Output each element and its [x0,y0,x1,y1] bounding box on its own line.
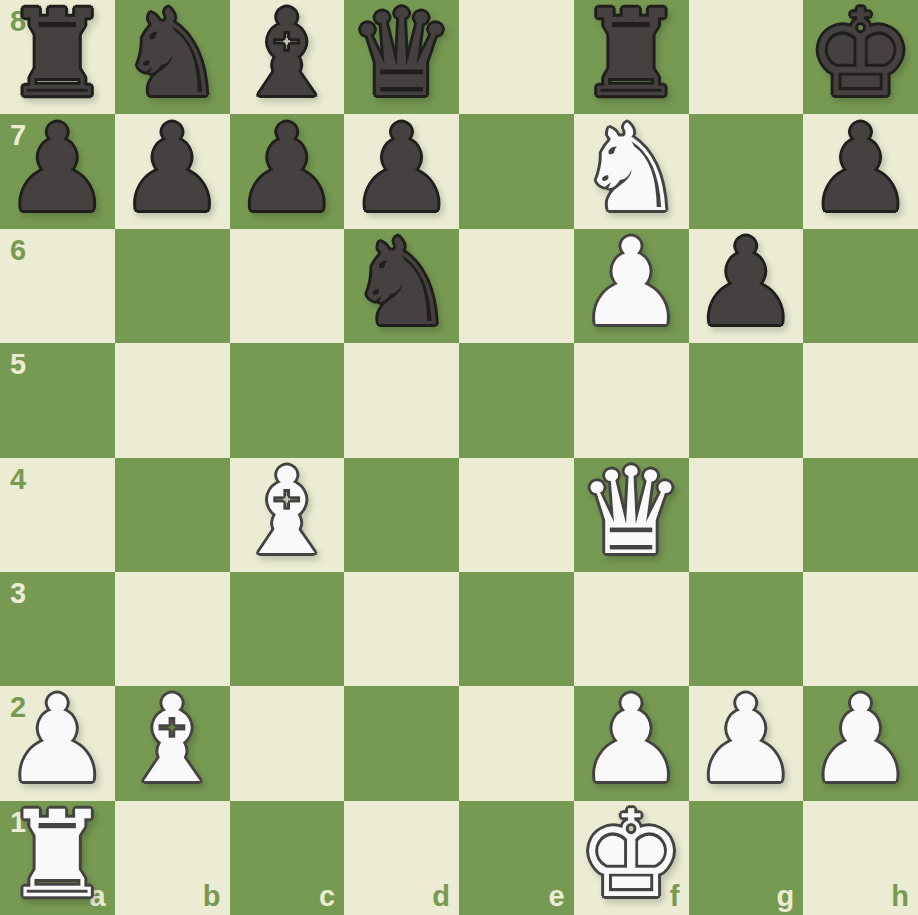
square-a3[interactable]: 3 [0,572,115,686]
rank-label-6: 6 [10,236,26,265]
rank-label-5: 5 [10,350,26,379]
square-b6[interactable] [115,229,230,343]
square-e5[interactable] [459,343,574,457]
square-g4[interactable] [689,458,804,572]
piece-white-queen[interactable]: ♛ [577,455,685,569]
square-f2[interactable]: ♟ [574,686,689,800]
piece-black-pawn[interactable]: ♟ [692,226,800,340]
piece-white-bishop[interactable]: ♝ [233,455,341,569]
piece-black-rook[interactable]: ♜ [4,0,112,111]
piece-white-pawn[interactable]: ♟ [807,683,915,797]
square-a5[interactable]: 5 [0,343,115,457]
square-c6[interactable] [230,229,345,343]
square-d8[interactable]: ♛ [344,0,459,114]
piece-black-bishop[interactable]: ♝ [233,0,341,111]
square-f5[interactable] [574,343,689,457]
square-e3[interactable] [459,572,574,686]
square-g1[interactable]: g [689,801,804,915]
square-a6[interactable]: 6 [0,229,115,343]
square-d2[interactable] [344,686,459,800]
square-f7[interactable]: ♞ [574,114,689,228]
square-g8[interactable] [689,0,804,114]
square-a2[interactable]: 2♟ [0,686,115,800]
square-h2[interactable]: ♟ [803,686,918,800]
square-g7[interactable] [689,114,804,228]
square-d4[interactable] [344,458,459,572]
square-c3[interactable] [230,572,345,686]
square-h8[interactable]: ♚ [803,0,918,114]
square-c8[interactable]: ♝ [230,0,345,114]
file-label-d: d [432,882,450,911]
square-c2[interactable] [230,686,345,800]
piece-black-pawn[interactable]: ♟ [118,112,226,226]
piece-black-rook[interactable]: ♜ [577,0,685,111]
square-f3[interactable] [574,572,689,686]
square-g2[interactable]: ♟ [689,686,804,800]
square-f1[interactable]: f♚ [574,801,689,915]
file-label-h: h [891,882,909,911]
piece-black-pawn[interactable]: ♟ [807,112,915,226]
square-c7[interactable]: ♟ [230,114,345,228]
square-a8[interactable]: 8♜ [0,0,115,114]
square-c5[interactable] [230,343,345,457]
piece-white-pawn[interactable]: ♟ [692,683,800,797]
square-b7[interactable]: ♟ [115,114,230,228]
square-d3[interactable] [344,572,459,686]
square-e1[interactable]: e [459,801,574,915]
square-e2[interactable] [459,686,574,800]
square-e6[interactable] [459,229,574,343]
square-h5[interactable] [803,343,918,457]
square-e4[interactable] [459,458,574,572]
square-g3[interactable] [689,572,804,686]
square-h7[interactable]: ♟ [803,114,918,228]
square-a4[interactable]: 4 [0,458,115,572]
square-f6[interactable]: ♟ [574,229,689,343]
piece-black-pawn[interactable]: ♟ [348,112,456,226]
square-h3[interactable] [803,572,918,686]
square-d7[interactable]: ♟ [344,114,459,228]
piece-black-pawn[interactable]: ♟ [4,112,112,226]
chess-board: 8♜♞♝♛♜♚7♟♟♟♟♞♟6♞♟♟54♝♛32♟♝♟♟♟1a♜bcdef♚gh [0,0,918,915]
square-b5[interactable] [115,343,230,457]
piece-black-pawn[interactable]: ♟ [233,112,341,226]
square-b2[interactable]: ♝ [115,686,230,800]
square-b1[interactable]: b [115,801,230,915]
file-label-c: c [319,882,335,911]
rank-label-4: 4 [10,465,26,494]
square-d6[interactable]: ♞ [344,229,459,343]
piece-white-knight[interactable]: ♞ [577,112,685,226]
piece-white-pawn[interactable]: ♟ [577,226,685,340]
piece-black-king[interactable]: ♚ [807,0,915,111]
square-a7[interactable]: 7♟ [0,114,115,228]
square-b3[interactable] [115,572,230,686]
file-label-g: g [777,882,795,911]
square-c1[interactable]: c [230,801,345,915]
piece-black-queen[interactable]: ♛ [348,0,456,111]
file-label-e: e [549,882,565,911]
rank-label-3: 3 [10,579,26,608]
piece-white-pawn[interactable]: ♟ [577,683,685,797]
square-h4[interactable] [803,458,918,572]
square-b8[interactable]: ♞ [115,0,230,114]
square-d1[interactable]: d [344,801,459,915]
piece-white-pawn[interactable]: ♟ [4,683,112,797]
square-e7[interactable] [459,114,574,228]
square-f4[interactable]: ♛ [574,458,689,572]
square-g5[interactable] [689,343,804,457]
square-f8[interactable]: ♜ [574,0,689,114]
square-g6[interactable]: ♟ [689,229,804,343]
piece-white-bishop[interactable]: ♝ [118,683,226,797]
piece-white-rook[interactable]: ♜ [4,798,112,912]
piece-white-king[interactable]: ♚ [577,798,685,912]
square-e8[interactable] [459,0,574,114]
square-h6[interactable] [803,229,918,343]
piece-black-knight[interactable]: ♞ [348,226,456,340]
square-h1[interactable]: h [803,801,918,915]
square-a1[interactable]: 1a♜ [0,801,115,915]
square-c4[interactable]: ♝ [230,458,345,572]
file-label-b: b [203,882,221,911]
square-d5[interactable] [344,343,459,457]
piece-black-knight[interactable]: ♞ [118,0,226,111]
square-b4[interactable] [115,458,230,572]
